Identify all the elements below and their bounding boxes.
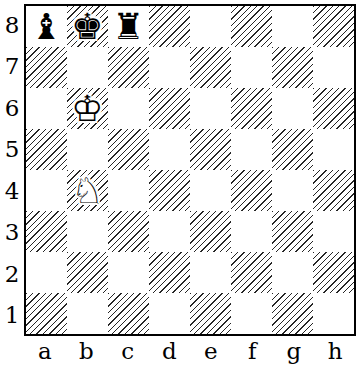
piece-white-king: ♚♔ [67, 88, 108, 129]
square-h3[interactable] [313, 211, 354, 252]
square-g7[interactable] [272, 47, 313, 88]
square-c7[interactable] [108, 47, 149, 88]
square-c6[interactable] [108, 88, 149, 129]
square-b6[interactable]: ♚♔ [67, 88, 108, 129]
rank-label-1: 1 [0, 295, 24, 337]
square-g8[interactable] [272, 6, 313, 47]
rank-labels: 87654321 [0, 4, 24, 336]
file-label-h: h [315, 336, 357, 366]
piece-glyph: ♘ [67, 170, 108, 211]
square-e6[interactable] [190, 88, 231, 129]
piece-black-rook: ♜♜ [108, 6, 149, 47]
square-b4[interactable]: ♞♘ [67, 170, 108, 211]
square-a8[interactable]: ♝♝ [26, 6, 67, 47]
square-a1[interactable] [26, 293, 67, 334]
piece-glyph: ♚ [67, 6, 108, 47]
square-g5[interactable] [272, 129, 313, 170]
square-c5[interactable] [108, 129, 149, 170]
piece-white-knight: ♞♘ [67, 170, 108, 211]
square-h5[interactable] [313, 129, 354, 170]
file-label-f: f [232, 336, 274, 366]
square-g4[interactable] [272, 170, 313, 211]
square-e7[interactable] [190, 47, 231, 88]
square-f4[interactable] [231, 170, 272, 211]
square-h8[interactable] [313, 6, 354, 47]
square-e4[interactable] [190, 170, 231, 211]
square-d2[interactable] [149, 252, 190, 293]
file-label-a: a [24, 336, 66, 366]
square-b2[interactable] [67, 252, 108, 293]
square-e5[interactable] [190, 129, 231, 170]
rank-label-3: 3 [0, 212, 24, 254]
file-label-b: b [66, 336, 108, 366]
square-f3[interactable] [231, 211, 272, 252]
square-c4[interactable] [108, 170, 149, 211]
square-g1[interactable] [272, 293, 313, 334]
square-f6[interactable] [231, 88, 272, 129]
square-d5[interactable] [149, 129, 190, 170]
square-a2[interactable] [26, 252, 67, 293]
square-b3[interactable] [67, 211, 108, 252]
square-a7[interactable] [26, 47, 67, 88]
square-a6[interactable] [26, 88, 67, 129]
square-f2[interactable] [231, 252, 272, 293]
piece-black-bishop: ♝♝ [26, 6, 67, 47]
square-d7[interactable] [149, 47, 190, 88]
file-label-e: e [190, 336, 232, 366]
square-g6[interactable] [272, 88, 313, 129]
square-d1[interactable] [149, 293, 190, 334]
square-h6[interactable] [313, 88, 354, 129]
file-labels: abcdefgh [24, 336, 356, 366]
square-c1[interactable] [108, 293, 149, 334]
square-d3[interactable] [149, 211, 190, 252]
square-c8[interactable]: ♜♜ [108, 6, 149, 47]
square-f1[interactable] [231, 293, 272, 334]
square-c3[interactable] [108, 211, 149, 252]
square-f8[interactable] [231, 6, 272, 47]
file-label-d: d [149, 336, 191, 366]
square-b1[interactable] [67, 293, 108, 334]
square-h7[interactable] [313, 47, 354, 88]
rank-label-5: 5 [0, 129, 24, 171]
rank-label-7: 7 [0, 46, 24, 88]
square-b5[interactable] [67, 129, 108, 170]
square-e3[interactable] [190, 211, 231, 252]
square-b7[interactable] [67, 47, 108, 88]
square-f5[interactable] [231, 129, 272, 170]
rank-label-2: 2 [0, 253, 24, 295]
file-label-g: g [273, 336, 315, 366]
piece-black-king: ♚♚ [67, 6, 108, 47]
square-e1[interactable] [190, 293, 231, 334]
square-c2[interactable] [108, 252, 149, 293]
square-e2[interactable] [190, 252, 231, 293]
square-a5[interactable] [26, 129, 67, 170]
square-d6[interactable] [149, 88, 190, 129]
square-g3[interactable] [272, 211, 313, 252]
square-h2[interactable] [313, 252, 354, 293]
square-f7[interactable] [231, 47, 272, 88]
rank-label-4: 4 [0, 170, 24, 212]
square-d8[interactable] [149, 6, 190, 47]
rank-label-8: 8 [0, 4, 24, 46]
square-g2[interactable] [272, 252, 313, 293]
piece-glyph: ♝ [26, 6, 67, 47]
chess-board: ♝♝♚♚♜♜♚♔♞♘ [24, 4, 356, 336]
square-b8[interactable]: ♚♚ [67, 6, 108, 47]
square-e8[interactable] [190, 6, 231, 47]
piece-glyph: ♜ [108, 6, 149, 47]
rank-label-6: 6 [0, 87, 24, 129]
square-h4[interactable] [313, 170, 354, 211]
square-a3[interactable] [26, 211, 67, 252]
square-h1[interactable] [313, 293, 354, 334]
square-a4[interactable] [26, 170, 67, 211]
file-label-c: c [107, 336, 149, 366]
square-d4[interactable] [149, 170, 190, 211]
piece-glyph: ♔ [67, 88, 108, 129]
chess-diagram: 87654321 ♝♝♚♚♜♜♚♔♞♘ abcdefgh [0, 0, 358, 366]
